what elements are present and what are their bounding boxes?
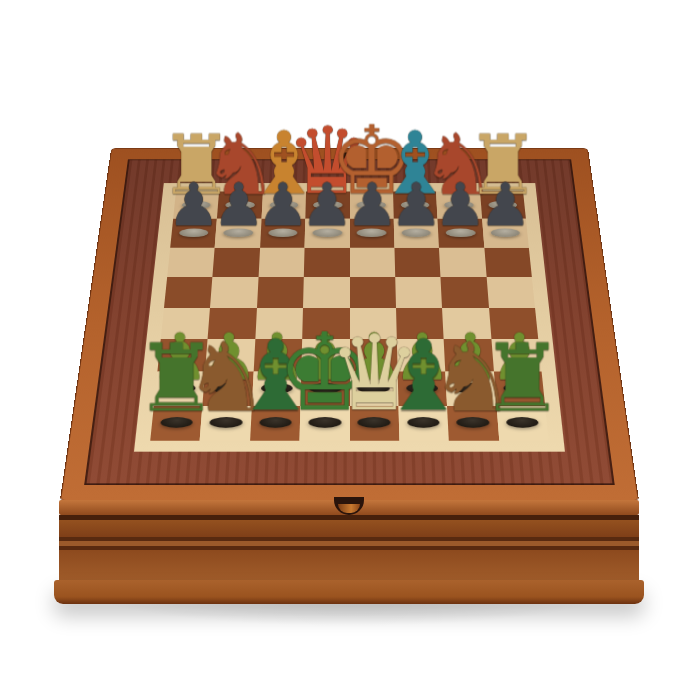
notch-inner-glow xyxy=(338,504,360,513)
square-a7[interactable]: ♟ xyxy=(170,219,217,248)
near-finger-notch xyxy=(334,497,364,515)
square-f5[interactable] xyxy=(395,277,442,307)
chess-set-photo: ♜♞♝♛♚♝♞♜♟♟♟♟♟♟♟♟♟♟♟♟♟♟♟♟♜♞♝♚♛♝♞♜ xyxy=(0,0,700,700)
square-b7[interactable]: ♟ xyxy=(215,219,261,248)
piece-black-pawn[interactable]: ♟ xyxy=(478,177,531,233)
square-h1[interactable]: ♜ xyxy=(496,406,549,441)
base-plinth xyxy=(54,580,644,604)
square-g7[interactable]: ♟ xyxy=(438,219,484,248)
square-e7[interactable]: ♟ xyxy=(350,219,395,248)
piece-white-rook[interactable]: ♜ xyxy=(480,334,564,423)
square-c5[interactable] xyxy=(257,277,304,307)
chess-box-lid: ♜♞♝♛♚♝♞♜♟♟♟♟♟♟♟♟♟♟♟♟♟♟♟♟♜♞♝♚♛♝♞♜ xyxy=(60,148,639,501)
square-g5[interactable] xyxy=(441,277,489,307)
square-b5[interactable] xyxy=(210,277,258,307)
chess-board: ♜♞♝♛♚♝♞♜♟♟♟♟♟♟♟♟♟♟♟♟♟♟♟♟♜♞♝♚♛♝♞♜ xyxy=(150,191,548,440)
square-a5[interactable] xyxy=(164,277,213,307)
square-e5[interactable] xyxy=(350,277,396,307)
lid-front-edge xyxy=(59,500,639,515)
box-side-upper xyxy=(59,520,639,537)
box-front xyxy=(59,500,639,604)
square-c7[interactable]: ♟ xyxy=(260,219,306,248)
square-f7[interactable]: ♟ xyxy=(394,219,440,248)
square-d5[interactable] xyxy=(303,277,349,307)
square-d7[interactable]: ♟ xyxy=(305,219,350,248)
square-h7[interactable]: ♟ xyxy=(482,219,529,248)
box-side-lower xyxy=(59,550,639,580)
square-h5[interactable] xyxy=(486,277,535,307)
